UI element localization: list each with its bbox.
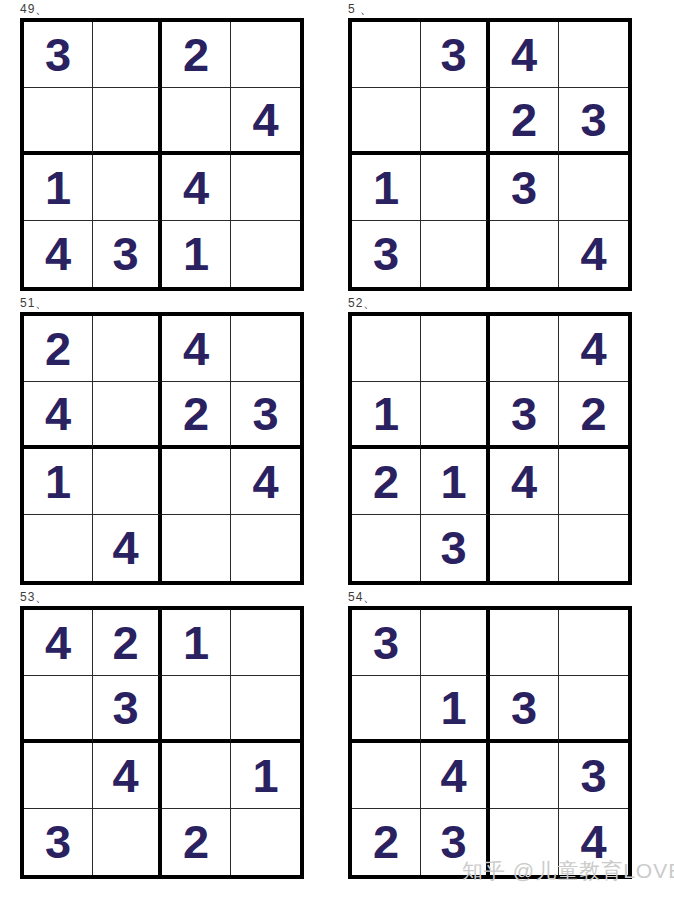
- cell-r4c3: [162, 515, 231, 581]
- cell-r3c4: [231, 155, 300, 221]
- cell-r1c4: [231, 316, 300, 382]
- cell-r1c1: [352, 22, 421, 88]
- puzzle-49-label: 49、: [20, 2, 304, 16]
- cell-r2c2: [93, 382, 162, 448]
- cell-r1c2: [421, 316, 490, 382]
- cell-r2c4: [559, 676, 628, 742]
- cell-r3c3: [162, 449, 231, 515]
- sudoku-grid-54: 31343234: [348, 606, 632, 879]
- cell-r1c4: 4: [559, 316, 628, 382]
- cell-r1c3: [490, 610, 559, 676]
- sudoku-grid-5: 34231334: [348, 18, 632, 291]
- cell-r3c1: 1: [24, 155, 93, 221]
- cell-r2c1: [24, 88, 93, 154]
- cell-r3c4: [559, 449, 628, 515]
- cell-r4c3: [490, 515, 559, 581]
- cell-r2c3: 3: [490, 382, 559, 448]
- cell-r1c3: 1: [162, 610, 231, 676]
- cell-r4c1: 3: [352, 221, 421, 287]
- cell-r1c2: 2: [93, 610, 162, 676]
- cell-r1c1: 3: [352, 610, 421, 676]
- puzzle-54: 54、 31343234: [348, 590, 632, 879]
- cell-r2c3: [162, 676, 231, 742]
- puzzle-51: 51、 24423144: [20, 296, 304, 585]
- cell-r4c1: [24, 515, 93, 581]
- cell-r1c2: [421, 610, 490, 676]
- cell-r3c4: 3: [559, 743, 628, 809]
- puzzle-51-label: 51、: [20, 296, 304, 310]
- cell-r3c2: 4: [93, 743, 162, 809]
- sudoku-grid-53: 42134132: [20, 606, 304, 879]
- cell-r4c1: 3: [24, 809, 93, 875]
- cell-r2c3: [162, 88, 231, 154]
- cell-r1c4: [559, 610, 628, 676]
- watermark: 知乎 @儿童教育LOVE: [462, 857, 674, 885]
- cell-r4c4: [559, 515, 628, 581]
- cell-r2c1: [24, 676, 93, 742]
- sudoku-grid-51: 24423144: [20, 312, 304, 585]
- cell-r1c4: [231, 610, 300, 676]
- cell-r4c1: 4: [24, 221, 93, 287]
- cell-r1c2: [93, 316, 162, 382]
- cell-r2c3: 2: [490, 88, 559, 154]
- cell-r2c1: 4: [24, 382, 93, 448]
- cell-r1c3: 4: [490, 22, 559, 88]
- cell-r2c2: [93, 88, 162, 154]
- cell-r1c3: [490, 316, 559, 382]
- cell-r2c1: 1: [352, 382, 421, 448]
- cell-r1c4: [231, 22, 300, 88]
- cell-r1c1: 4: [24, 610, 93, 676]
- cell-r3c3: 4: [490, 449, 559, 515]
- cell-r1c2: [93, 22, 162, 88]
- cell-r2c3: 3: [490, 676, 559, 742]
- cell-r4c1: [352, 515, 421, 581]
- cell-r1c1: 3: [24, 22, 93, 88]
- cell-r2c4: 3: [559, 88, 628, 154]
- cell-r1c2: 3: [421, 22, 490, 88]
- cell-r3c1: 1: [24, 449, 93, 515]
- puzzle-54-label: 54、: [348, 590, 632, 604]
- cell-r4c1: 2: [352, 809, 421, 875]
- cell-r3c1: [352, 743, 421, 809]
- cell-r4c2: 4: [93, 515, 162, 581]
- cell-r3c2: 1: [421, 449, 490, 515]
- puzzle-5-label: 5 、: [348, 2, 632, 16]
- cell-r4c3: 2: [162, 809, 231, 875]
- cell-r2c2: [421, 382, 490, 448]
- cell-r3c2: 4: [421, 743, 490, 809]
- cell-r4c4: 4: [559, 221, 628, 287]
- cell-r2c2: 1: [421, 676, 490, 742]
- cell-r3c2: [421, 155, 490, 221]
- cell-r2c3: 2: [162, 382, 231, 448]
- cell-r1c3: 4: [162, 316, 231, 382]
- cell-r4c2: 3: [93, 221, 162, 287]
- sudoku-grid-52: 41322143: [348, 312, 632, 585]
- cell-r3c1: 1: [352, 155, 421, 221]
- cell-r4c4: [231, 809, 300, 875]
- cell-r2c2: [421, 88, 490, 154]
- cell-r3c4: 1: [231, 743, 300, 809]
- cell-r1c1: [352, 316, 421, 382]
- cell-r3c4: 4: [231, 449, 300, 515]
- cell-r3c3: [162, 743, 231, 809]
- cell-r4c3: 1: [162, 221, 231, 287]
- cell-r3c3: [490, 743, 559, 809]
- cell-r2c4: [231, 676, 300, 742]
- cell-r4c4: [231, 515, 300, 581]
- puzzle-5: 5 、 34231334: [348, 2, 632, 291]
- cell-r1c4: [559, 22, 628, 88]
- cell-r4c4: [231, 221, 300, 287]
- cell-r4c2: [93, 809, 162, 875]
- cell-r2c4: 3: [231, 382, 300, 448]
- cell-r2c4: 2: [559, 382, 628, 448]
- sudoku-grid-49: 32414431: [20, 18, 304, 291]
- cell-r4c3: [490, 221, 559, 287]
- cell-r3c3: 3: [490, 155, 559, 221]
- cell-r2c1: [352, 88, 421, 154]
- cell-r3c1: 2: [352, 449, 421, 515]
- puzzle-53: 53、 42134132: [20, 590, 304, 879]
- cell-r3c1: [24, 743, 93, 809]
- cell-r3c4: [559, 155, 628, 221]
- cell-r2c4: 4: [231, 88, 300, 154]
- cell-r3c2: [93, 155, 162, 221]
- puzzle-52-label: 52、: [348, 296, 632, 310]
- cell-r3c3: 4: [162, 155, 231, 221]
- puzzle-52: 52、 41322143: [348, 296, 632, 585]
- cell-r4c2: 3: [421, 515, 490, 581]
- cell-r2c1: [352, 676, 421, 742]
- cell-r2c2: 3: [93, 676, 162, 742]
- sudoku-worksheet: 49、 32414431 5 、 34231334 51、 24423144 5…: [0, 0, 674, 903]
- cell-r1c1: 2: [24, 316, 93, 382]
- cell-r1c3: 2: [162, 22, 231, 88]
- cell-r3c2: [93, 449, 162, 515]
- puzzle-53-label: 53、: [20, 590, 304, 604]
- puzzle-49: 49、 32414431: [20, 2, 304, 291]
- cell-r4c2: [421, 221, 490, 287]
